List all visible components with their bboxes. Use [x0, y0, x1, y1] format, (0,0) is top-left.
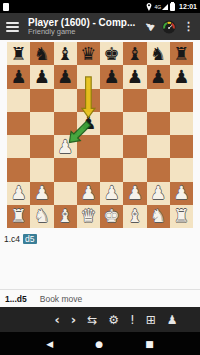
square-b8[interactable]: ♞ [30, 42, 53, 65]
square-c1[interactable]: ♝ [54, 205, 77, 228]
piece-white-rook[interactable]: ♜ [173, 207, 189, 225]
piece-black-pawn[interactable]: ♟ [57, 68, 73, 86]
switch-sides-icon[interactable]: ♟ [142, 19, 158, 35]
piece-white-pawn[interactable]: ♟ [104, 184, 120, 202]
square-h2[interactable]: ♟ [170, 182, 193, 205]
piece-black-pawn[interactable]: ♟ [150, 68, 166, 86]
square-c6[interactable] [54, 89, 77, 112]
signal-4g-icon: 4G [154, 4, 168, 10]
piece-white-bishop[interactable]: ♝ [57, 207, 73, 225]
square-c8[interactable]: ♝ [54, 42, 77, 65]
square-b4[interactable] [30, 135, 53, 158]
square-g7[interactable]: ♟ [147, 65, 170, 88]
square-d4[interactable] [77, 135, 100, 158]
piece-black-bishop[interactable]: ♝ [127, 45, 143, 63]
chess-board: ♜♞♝♛♚♝♞♜♟♟♟♟♟♟♟♟♟♟♟♟♟♟♟♟♜♞♝♛♚♝♞♜ [7, 42, 193, 228]
square-h8[interactable]: ♜ [170, 42, 193, 65]
piece-white-rook[interactable]: ♜ [11, 207, 27, 225]
analysis-comment: Book move [40, 294, 83, 304]
square-c2[interactable] [54, 182, 77, 205]
clock-time: 12:01 [179, 3, 197, 10]
piece-white-pawn[interactable]: ♟ [80, 184, 96, 202]
square-b6[interactable] [30, 89, 53, 112]
square-d6[interactable] [77, 89, 100, 112]
square-a5[interactable] [7, 112, 30, 135]
square-a6[interactable] [7, 89, 30, 112]
strength-gauge-icon[interactable] [162, 20, 176, 34]
square-e5[interactable] [100, 112, 123, 135]
square-e7[interactable]: ♟ [100, 65, 123, 88]
square-e2[interactable]: ♟ [100, 182, 123, 205]
game-mode-subtitle: Friendly game [28, 28, 135, 36]
notification-icon [3, 3, 9, 11]
square-d7[interactable] [77, 65, 100, 88]
notation-area [0, 247, 200, 289]
square-f6[interactable] [123, 89, 146, 112]
piece-white-queen[interactable]: ♛ [80, 207, 96, 225]
square-h1[interactable]: ♜ [170, 205, 193, 228]
next-move-icon[interactable]: › [71, 313, 76, 326]
square-a2[interactable]: ♟ [7, 182, 30, 205]
prev-move-icon[interactable]: ‹ [54, 313, 59, 326]
piece-black-pawn[interactable]: ♟ [11, 68, 27, 86]
square-a1[interactable]: ♜ [7, 205, 30, 228]
square-g3[interactable] [147, 158, 170, 181]
hint-board-icon[interactable]: ⊞ [146, 314, 156, 326]
square-e3[interactable] [100, 158, 123, 181]
menu-icon[interactable] [6, 22, 19, 32]
overflow-menu-icon[interactable]: ⋮ [183, 20, 194, 33]
square-g2[interactable]: ♟ [147, 182, 170, 205]
square-f5[interactable] [123, 112, 146, 135]
square-c3[interactable] [54, 158, 77, 181]
square-h7[interactable]: ♟ [170, 65, 193, 88]
square-h6[interactable] [170, 89, 193, 112]
piece-white-pawn[interactable]: ♟ [173, 184, 189, 202]
piece-white-pawn[interactable]: ♟ [34, 184, 50, 202]
nav-home-icon[interactable]: ● [95, 339, 103, 349]
game-toolbar: ‹›⇆⚙!⊞♟ [0, 307, 200, 332]
move-list: 1.c4d5 [0, 231, 200, 247]
square-c7[interactable]: ♟ [54, 65, 77, 88]
square-b5[interactable] [30, 112, 53, 135]
piece-white-pawn[interactable]: ♟ [11, 184, 27, 202]
piece-black-knight[interactable]: ♞ [34, 45, 50, 63]
square-a7[interactable]: ♟ [7, 65, 30, 88]
piece-black-king[interactable]: ♚ [104, 45, 120, 63]
square-a4[interactable] [7, 135, 30, 158]
square-d5[interactable]: ♟ [77, 112, 100, 135]
engine-wheel-icon[interactable]: ⚙ [108, 314, 119, 326]
piece-black-pawn[interactable]: ♟ [34, 68, 50, 86]
piece-black-pawn[interactable]: ♟ [104, 68, 120, 86]
square-a3[interactable] [7, 158, 30, 181]
square-b1[interactable]: ♞ [30, 205, 53, 228]
piece-white-pawn[interactable]: ♟ [150, 184, 166, 202]
move-text[interactable]: 1.c4 [4, 234, 20, 244]
square-e8[interactable]: ♚ [100, 42, 123, 65]
square-e6[interactable] [100, 89, 123, 112]
square-f7[interactable]: ♟ [123, 65, 146, 88]
piece-white-pawn[interactable]: ♟ [57, 138, 73, 156]
chess-board-frame: ♜♞♝♛♚♝♞♜♟♟♟♟♟♟♟♟♟♟♟♟♟♟♟♟♜♞♝♛♚♝♞♜ [0, 40, 200, 231]
piece-black-rook[interactable]: ♜ [173, 45, 189, 63]
square-b3[interactable] [30, 158, 53, 181]
piece-black-pawn[interactable]: ♟ [173, 68, 189, 86]
piece-black-bishop[interactable]: ♝ [57, 45, 73, 63]
piece-black-pawn[interactable]: ♟ [127, 68, 143, 86]
nav-back-icon[interactable]: ◀ [46, 339, 53, 349]
square-d3[interactable] [77, 158, 100, 181]
square-b2[interactable]: ♟ [30, 182, 53, 205]
app-header: Player (1600) - Comp... Friendly game ♟ … [0, 13, 200, 40]
square-c4[interactable]: ♟ [54, 135, 77, 158]
battery-icon [170, 3, 175, 11]
square-a8[interactable]: ♜ [7, 42, 30, 65]
square-f8[interactable]: ♝ [123, 42, 146, 65]
square-g4[interactable] [147, 135, 170, 158]
square-f3[interactable] [123, 158, 146, 181]
analysis-row: 1...d5 Book move [0, 289, 200, 307]
piece-black-knight[interactable]: ♞ [150, 45, 166, 63]
square-h4[interactable] [170, 135, 193, 158]
nav-recents-icon[interactable]: ■ [145, 339, 154, 349]
location-icon [146, 3, 152, 11]
piece-black-queen[interactable]: ♛ [80, 45, 96, 63]
square-f2[interactable]: ♟ [123, 182, 146, 205]
piece-white-pawn[interactable]: ♟ [127, 184, 143, 202]
stats-piece-icon[interactable]: ♟ [167, 314, 178, 326]
square-d2[interactable]: ♟ [77, 182, 100, 205]
square-h3[interactable] [170, 158, 193, 181]
piece-black-pawn[interactable]: ♟ [80, 114, 96, 132]
piece-black-rook[interactable]: ♜ [11, 45, 27, 63]
square-f4[interactable] [123, 135, 146, 158]
flip-board-icon[interactable]: ⇆ [87, 314, 97, 326]
square-g5[interactable] [147, 112, 170, 135]
square-h5[interactable] [170, 112, 193, 135]
square-g1[interactable]: ♞ [147, 205, 170, 228]
app-screen: 4G 12:01 Player (1600) - Comp... Friendl… [0, 0, 200, 355]
alert-icon[interactable]: ! [130, 314, 135, 326]
square-g8[interactable]: ♞ [147, 42, 170, 65]
piece-white-bishop[interactable]: ♝ [127, 207, 143, 225]
square-e4[interactable] [100, 135, 123, 158]
android-nav-bar: ◀ ● ■ [0, 332, 200, 355]
square-e1[interactable]: ♚ [100, 205, 123, 228]
square-g6[interactable] [147, 89, 170, 112]
piece-white-king[interactable]: ♚ [104, 207, 120, 225]
current-move[interactable]: d5 [23, 234, 36, 244]
piece-white-knight[interactable]: ♞ [34, 207, 50, 225]
analysis-move: 1...d5 [5, 294, 27, 304]
square-d8[interactable]: ♛ [77, 42, 100, 65]
square-b7[interactable]: ♟ [30, 65, 53, 88]
status-bar: 4G 12:01 [0, 0, 200, 13]
square-c5[interactable] [54, 112, 77, 135]
square-f1[interactable]: ♝ [123, 205, 146, 228]
piece-white-knight[interactable]: ♞ [150, 207, 166, 225]
square-d1[interactable]: ♛ [77, 205, 100, 228]
